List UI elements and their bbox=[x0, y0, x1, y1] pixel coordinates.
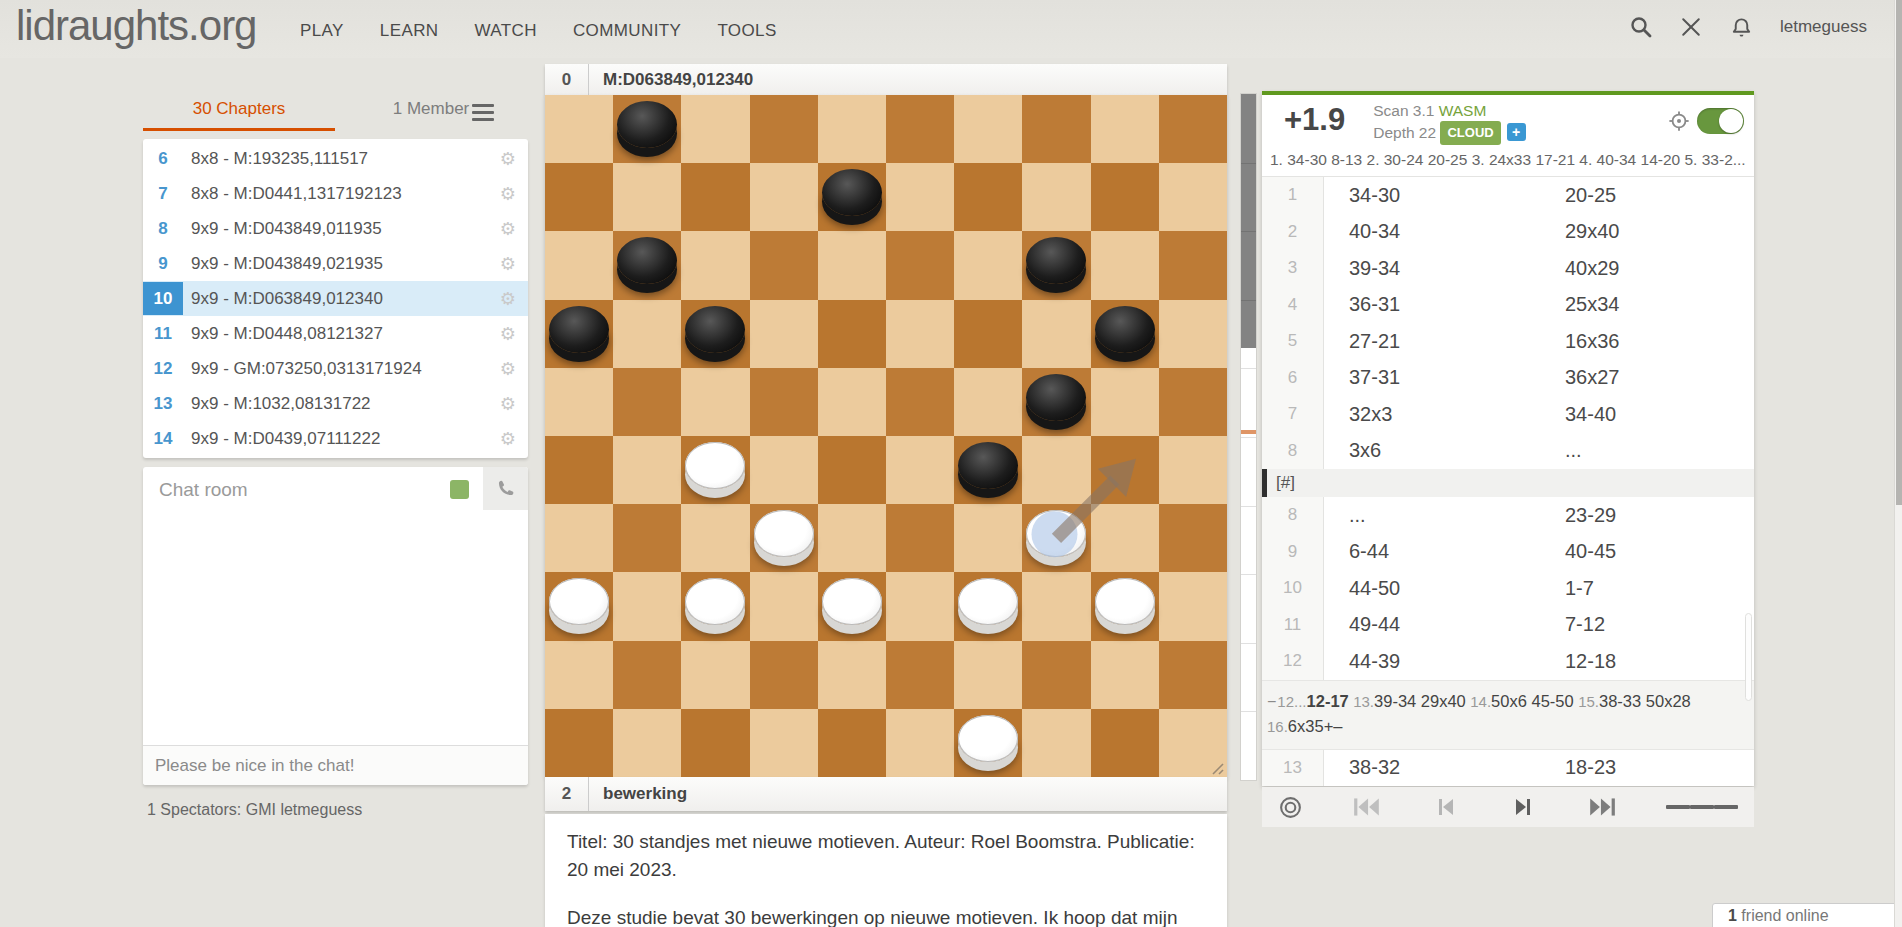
square-light bbox=[750, 163, 818, 231]
main-menu: PLAYLEARNWATCHCOMMUNITYTOOLS bbox=[300, 21, 777, 41]
square-6[interactable] bbox=[545, 163, 613, 231]
black-move[interactable]: 20-25 bbox=[1540, 184, 1754, 207]
square-light bbox=[1022, 163, 1090, 231]
variation-move[interactable]: 6x35+– bbox=[1288, 717, 1343, 735]
chapter-row-6[interactable]: 68x8 - M:193235,111517⚙ bbox=[143, 141, 528, 176]
engine-header: +1.9 Scan 3.1 WASM Depth 22 CLOUD+ bbox=[1262, 95, 1754, 145]
square-light bbox=[613, 572, 681, 640]
variation-move-number: 12... bbox=[1277, 693, 1306, 710]
square-light bbox=[1091, 231, 1159, 299]
variation-line: −12...12-17 13.39-34 29x40 14.50x6 45-50… bbox=[1262, 680, 1754, 750]
gear-icon[interactable]: ⚙ bbox=[500, 288, 516, 309]
chapter-title: 8x8 - M:D0441,1317192123 bbox=[183, 184, 500, 204]
spectators-line: 1 Spectators: GMI letmeguess bbox=[147, 801, 362, 819]
black-move[interactable]: 40x29 bbox=[1540, 257, 1754, 280]
search-icon[interactable] bbox=[1628, 14, 1654, 40]
move-row-2: 240-3429x40 bbox=[1262, 214, 1754, 251]
chapter-row-10[interactable]: 109x9 - M:D063849,012340⚙ bbox=[143, 281, 528, 316]
last-move-button[interactable] bbox=[1587, 795, 1617, 819]
practice-target-icon[interactable] bbox=[1668, 110, 1690, 136]
engine-info: Scan 3.1 WASM Depth 22 CLOUD+ bbox=[1373, 95, 1525, 145]
study-description: Titel: 30 standjes met nieuwe motieven. … bbox=[545, 814, 1227, 927]
description-paragraph: Titel: 30 standjes met nieuwe motieven. … bbox=[567, 828, 1205, 884]
scrollbar-thumb[interactable] bbox=[1896, 0, 1902, 505]
variation-move[interactable]: 39-34 29x40 bbox=[1374, 692, 1466, 710]
cycle-variations-icon[interactable] bbox=[1278, 795, 1303, 820]
nav-item-tools[interactable]: TOOLS bbox=[717, 21, 776, 41]
username[interactable]: letmeguess bbox=[1780, 17, 1867, 37]
square-12[interactable] bbox=[750, 231, 818, 299]
white-move[interactable]: 34-30 bbox=[1324, 184, 1540, 207]
black-move[interactable]: 23-29 bbox=[1540, 504, 1754, 527]
square-light bbox=[1022, 436, 1090, 504]
navbar: lidraughts.org PLAYLEARNWATCHCOMMUNITYTO… bbox=[0, 0, 1902, 58]
nav-item-play[interactable]: PLAY bbox=[300, 21, 344, 41]
square-light bbox=[750, 436, 818, 504]
square-light bbox=[545, 368, 613, 436]
square-light bbox=[613, 436, 681, 504]
square-light bbox=[954, 95, 1022, 163]
square-light bbox=[886, 300, 954, 368]
square-light bbox=[886, 572, 954, 640]
white-man-40[interactable] bbox=[1095, 578, 1155, 625]
square-light bbox=[886, 709, 954, 777]
square-light bbox=[681, 504, 749, 572]
black-move[interactable]: 18-23 bbox=[1540, 756, 1754, 779]
square-2[interactable] bbox=[750, 95, 818, 163]
chapter-number: 8 bbox=[143, 219, 183, 239]
chapters-menu-icon[interactable] bbox=[472, 104, 494, 125]
chapter-number: 11 bbox=[143, 324, 183, 344]
move-number: 5 bbox=[1262, 323, 1324, 360]
engine-name: Scan 3.1 bbox=[1373, 102, 1434, 119]
move-row-5: 527-2116x36 bbox=[1262, 323, 1754, 360]
nav-item-community[interactable]: COMMUNITY bbox=[573, 21, 681, 41]
variation-move[interactable]: 38-33 50x28 bbox=[1599, 692, 1691, 710]
board-resize-grip[interactable] bbox=[1210, 761, 1224, 775]
white-move[interactable]: 49-44 bbox=[1324, 613, 1540, 636]
square-28[interactable] bbox=[818, 436, 886, 504]
gear-icon[interactable]: ⚙ bbox=[500, 393, 516, 414]
chapter-row-7[interactable]: 78x8 - M:D0441,1317192123⚙ bbox=[143, 176, 528, 211]
draughts-board[interactable] bbox=[545, 95, 1227, 777]
nav-item-learn[interactable]: LEARN bbox=[380, 21, 439, 41]
square-47[interactable] bbox=[681, 709, 749, 777]
square-43[interactable] bbox=[886, 641, 954, 709]
phone-icon[interactable] bbox=[483, 467, 528, 510]
square-9[interactable] bbox=[954, 163, 1022, 231]
comment-index: 2 bbox=[545, 777, 589, 811]
site-logo[interactable]: lidraughts.org bbox=[16, 2, 256, 50]
move-row-1: 134-3020-25 bbox=[1262, 177, 1754, 214]
gauge-tick bbox=[1241, 163, 1256, 164]
square-light bbox=[1022, 572, 1090, 640]
move-number: 13 bbox=[1262, 750, 1324, 787]
square-light bbox=[681, 95, 749, 163]
gauge-tick bbox=[1241, 300, 1256, 301]
position-index: 0 bbox=[545, 64, 589, 95]
white-man-49[interactable] bbox=[958, 715, 1018, 762]
white-move[interactable]: 44-39 bbox=[1324, 650, 1540, 673]
white-man-27[interactable] bbox=[685, 442, 745, 489]
move-number: 8 bbox=[1262, 497, 1324, 534]
move-number: 3 bbox=[1262, 250, 1324, 287]
square-33[interactable] bbox=[886, 504, 954, 572]
gear-icon[interactable]: ⚙ bbox=[500, 218, 516, 239]
square-3[interactable] bbox=[886, 95, 954, 163]
square-light bbox=[681, 231, 749, 299]
square-light bbox=[1091, 95, 1159, 163]
engine-tech: WASM bbox=[1439, 102, 1487, 119]
move-row-10: 1044-501-7 bbox=[1262, 570, 1754, 607]
gauge-tick bbox=[1241, 437, 1256, 438]
gear-icon[interactable]: ⚙ bbox=[500, 428, 516, 449]
square-light bbox=[613, 300, 681, 368]
move-number: 1 bbox=[1262, 177, 1324, 214]
white-move[interactable]: 27-21 bbox=[1324, 330, 1540, 353]
square-22[interactable] bbox=[750, 368, 818, 436]
square-18[interactable] bbox=[818, 300, 886, 368]
square-light bbox=[954, 231, 1022, 299]
square-23[interactable] bbox=[886, 368, 954, 436]
gauge-tick bbox=[1241, 574, 1256, 575]
black-move[interactable]: ... bbox=[1540, 439, 1754, 462]
navbar-right: letmeguess bbox=[1628, 14, 1867, 40]
comment-tab-label[interactable]: bewerking bbox=[589, 784, 687, 804]
gauge-tick bbox=[1241, 506, 1256, 507]
square-light bbox=[1159, 163, 1227, 231]
white-move[interactable]: 36-31 bbox=[1324, 293, 1540, 316]
cloud-badge: CLOUD bbox=[1440, 121, 1500, 145]
square-light bbox=[818, 641, 886, 709]
square-light bbox=[545, 504, 613, 572]
move-row-13: 1338-3218-23 bbox=[1262, 750, 1754, 787]
gauge-tick bbox=[1241, 368, 1256, 369]
variation-move[interactable]: 12-17 bbox=[1307, 692, 1349, 710]
square-light bbox=[1091, 368, 1159, 436]
white-move[interactable]: 6-44 bbox=[1324, 540, 1540, 563]
friends-online-box[interactable]: 1 friend online bbox=[1712, 903, 1895, 927]
square-5[interactable] bbox=[1159, 95, 1227, 163]
square-45[interactable] bbox=[1159, 641, 1227, 709]
square-light bbox=[1022, 300, 1090, 368]
square-15[interactable] bbox=[1159, 231, 1227, 299]
chapter-row-14[interactable]: 149x9 - M:D0439,07111222⚙ bbox=[143, 421, 528, 456]
black-man-24[interactable] bbox=[1026, 374, 1086, 421]
square-44[interactable] bbox=[1022, 641, 1090, 709]
square-25[interactable] bbox=[1159, 368, 1227, 436]
white-man-38[interactable] bbox=[822, 578, 882, 625]
move-row-8: 8...23-29 bbox=[1262, 497, 1754, 534]
move-row-12: 1244-3912-18 bbox=[1262, 643, 1754, 680]
chapter-title: 9x9 - M:D0448,08121327 bbox=[183, 324, 500, 344]
black-move[interactable]: 16x36 bbox=[1540, 330, 1754, 353]
square-light bbox=[681, 368, 749, 436]
chapter-number: 13 bbox=[143, 394, 183, 414]
move-number: 12 bbox=[1262, 643, 1324, 680]
gear-icon[interactable]: ⚙ bbox=[500, 183, 516, 204]
square-7[interactable] bbox=[681, 163, 749, 231]
square-42[interactable] bbox=[750, 641, 818, 709]
engine-eval: +1.9 bbox=[1284, 95, 1345, 145]
chapter-number: 6 bbox=[143, 149, 183, 169]
square-light bbox=[818, 95, 886, 163]
engine-pv-line[interactable]: 1. 34-30 8-13 2. 30-24 20-25 3. 24x33 17… bbox=[1262, 145, 1754, 177]
move-number: 8 bbox=[1262, 433, 1324, 470]
square-13[interactable] bbox=[886, 231, 954, 299]
chapter-name[interactable]: M:D063849,012340 bbox=[589, 70, 753, 90]
move-list: 134-3020-25240-3429x40339-3440x29436-312… bbox=[1262, 177, 1754, 786]
first-move-button[interactable] bbox=[1352, 795, 1382, 819]
square-30[interactable] bbox=[1091, 436, 1159, 504]
chapter-list: 68x8 - M:193235,111517⚙78x8 - M:D0441,13… bbox=[143, 139, 528, 458]
move-row-8: 83x6... bbox=[1262, 433, 1754, 470]
current-position-marker[interactable]: [#] bbox=[1262, 469, 1754, 497]
square-light bbox=[1159, 572, 1227, 640]
square-10[interactable] bbox=[1091, 163, 1159, 231]
square-light bbox=[1022, 709, 1090, 777]
eval-gauge bbox=[1240, 93, 1257, 781]
square-light bbox=[750, 300, 818, 368]
chat-status-toggle[interactable] bbox=[450, 480, 469, 499]
move-row-9: 96-4440-45 bbox=[1262, 534, 1754, 571]
board-footer-bar: 2 bewerking bbox=[545, 777, 1227, 811]
tab-chapters[interactable]: 30 Chapters bbox=[143, 99, 335, 131]
square-26[interactable] bbox=[545, 436, 613, 504]
black-man-8[interactable] bbox=[822, 169, 882, 216]
square-light bbox=[1091, 641, 1159, 709]
black-move[interactable]: 25x34 bbox=[1540, 293, 1754, 316]
black-move[interactable]: 7-12 bbox=[1540, 613, 1754, 636]
square-light bbox=[1159, 300, 1227, 368]
square-48[interactable] bbox=[818, 709, 886, 777]
square-light bbox=[818, 504, 886, 572]
move-number: 2 bbox=[1262, 214, 1324, 251]
chapter-number: 7 bbox=[143, 184, 183, 204]
square-light bbox=[750, 572, 818, 640]
white-move[interactable]: 32x3 bbox=[1324, 403, 1540, 426]
bell-icon[interactable] bbox=[1728, 14, 1754, 40]
black-man-20[interactable] bbox=[1095, 306, 1155, 353]
square-light bbox=[545, 231, 613, 299]
engine-toggle[interactable] bbox=[1697, 108, 1744, 134]
gauge-tick bbox=[1241, 643, 1256, 644]
black-move[interactable]: 40-45 bbox=[1540, 540, 1754, 563]
move-number: 11 bbox=[1262, 607, 1324, 644]
chapter-row-12[interactable]: 129x9 - GM:073250,0313171924⚙ bbox=[143, 351, 528, 386]
square-21[interactable] bbox=[613, 368, 681, 436]
gear-icon[interactable]: ⚙ bbox=[500, 358, 516, 379]
chapter-title: 9x9 - M:D063849,012340 bbox=[183, 289, 500, 309]
chapter-number: 10 bbox=[143, 282, 183, 315]
black-man-16[interactable] bbox=[549, 306, 609, 353]
white-move[interactable]: 44-50 bbox=[1324, 577, 1540, 600]
black-man-17[interactable] bbox=[685, 306, 745, 353]
movelist-scrollbar[interactable] bbox=[1745, 613, 1752, 701]
white-man-32[interactable] bbox=[754, 510, 814, 557]
nav-item-watch[interactable]: WATCH bbox=[475, 21, 537, 41]
white-move[interactable]: 39-34 bbox=[1324, 257, 1540, 280]
variation-move[interactable]: 50x6 45-50 bbox=[1491, 692, 1574, 710]
variation-move-number: 13. bbox=[1353, 693, 1374, 710]
variation-move-number: 15. bbox=[1578, 693, 1599, 710]
move-number: 10 bbox=[1262, 570, 1324, 607]
chapter-number: 12 bbox=[143, 359, 183, 379]
square-light bbox=[1159, 436, 1227, 504]
move-number: 4 bbox=[1262, 287, 1324, 324]
square-light bbox=[750, 709, 818, 777]
black-move[interactable]: 34-40 bbox=[1540, 403, 1754, 426]
add-engine-line-button[interactable]: + bbox=[1507, 123, 1526, 141]
chat-panel: Chat room bbox=[143, 467, 528, 785]
chapter-title: 9x9 - M:D043849,021935 bbox=[183, 254, 500, 274]
black-man-1[interactable] bbox=[617, 101, 677, 148]
chapter-row-8[interactable]: 89x9 - M:D043849,011935⚙ bbox=[143, 211, 528, 246]
move-number: 6 bbox=[1262, 360, 1324, 397]
chapter-row-11[interactable]: 119x9 - M:D0448,08121327⚙ bbox=[143, 316, 528, 351]
chapter-title: 9x9 - M:D043849,011935 bbox=[183, 219, 500, 239]
chapter-row-9[interactable]: 99x9 - M:D043849,021935⚙ bbox=[143, 246, 528, 281]
square-light bbox=[818, 231, 886, 299]
square-light bbox=[613, 709, 681, 777]
square-31[interactable] bbox=[613, 504, 681, 572]
square-light bbox=[681, 641, 749, 709]
tab-members[interactable]: 1 Member bbox=[335, 99, 527, 131]
toggle-knob bbox=[1719, 109, 1743, 133]
gear-icon[interactable]: ⚙ bbox=[500, 323, 516, 344]
square-light bbox=[954, 368, 1022, 436]
square-light bbox=[886, 163, 954, 231]
chapter-title: 8x8 - M:193235,111517 bbox=[183, 149, 500, 169]
square-light bbox=[545, 641, 613, 709]
chat-input[interactable] bbox=[143, 745, 528, 785]
square-light bbox=[818, 368, 886, 436]
crossed-swords-icon[interactable] bbox=[1680, 16, 1702, 38]
variation-move-number: 14. bbox=[1470, 693, 1491, 710]
chapter-title: 9x9 - GM:073250,0313171924 bbox=[183, 359, 500, 379]
move-row-6: 637-3136x27 bbox=[1262, 360, 1754, 397]
move-number: 9 bbox=[1262, 534, 1324, 571]
gauge-tick bbox=[1241, 711, 1256, 712]
white-move[interactable]: ... bbox=[1324, 504, 1540, 527]
move-row-11: 1149-447-12 bbox=[1262, 607, 1754, 644]
gear-icon[interactable]: ⚙ bbox=[500, 253, 516, 274]
black-move[interactable]: 36x27 bbox=[1540, 366, 1754, 389]
move-number: 7 bbox=[1262, 396, 1324, 433]
chat-title: Chat room bbox=[159, 479, 248, 501]
window-scrollbar[interactable] bbox=[1894, 0, 1902, 927]
study-tabs: 30 Chapters 1 Member bbox=[143, 99, 528, 131]
eval-gauge-zero-mark bbox=[1241, 430, 1256, 434]
white-move[interactable]: 37-31 bbox=[1324, 366, 1540, 389]
collapse-variation-icon[interactable]: − bbox=[1267, 693, 1277, 710]
square-46[interactable] bbox=[545, 709, 613, 777]
variation-move-number: 16. bbox=[1267, 718, 1288, 735]
chapter-number: 14 bbox=[143, 429, 183, 449]
eval-gauge-black-part bbox=[1241, 94, 1256, 348]
gauge-tick bbox=[1241, 231, 1256, 232]
square-light bbox=[1091, 504, 1159, 572]
next-move-button[interactable] bbox=[1509, 795, 1537, 819]
square-light bbox=[954, 641, 1022, 709]
analysis-panel: +1.9 Scan 3.1 WASM Depth 22 CLOUD+ 1. 34… bbox=[1262, 91, 1754, 786]
square-4[interactable] bbox=[1022, 95, 1090, 163]
black-move[interactable]: 12-18 bbox=[1540, 650, 1754, 673]
black-man-29[interactable] bbox=[958, 442, 1018, 489]
previous-move-button[interactable] bbox=[1432, 795, 1460, 819]
chapter-title: 9x9 - M:D0439,07111222 bbox=[183, 429, 500, 449]
analysis-menu-icon[interactable] bbox=[1666, 802, 1738, 812]
white-move[interactable]: 3x6 bbox=[1324, 439, 1540, 462]
chapter-row-13[interactable]: 139x9 - M:1032,08131722⚙ bbox=[143, 386, 528, 421]
chapter-title: 9x9 - M:1032,08131722 bbox=[183, 394, 500, 414]
black-move[interactable]: 1-7 bbox=[1540, 577, 1754, 600]
square-35[interactable] bbox=[1159, 504, 1227, 572]
white-move[interactable]: 40-34 bbox=[1324, 220, 1540, 243]
square-light bbox=[613, 163, 681, 231]
gear-icon[interactable]: ⚙ bbox=[500, 148, 516, 169]
description-paragraph: Deze studie bevat 30 bewerkingen op nieu… bbox=[567, 904, 1205, 927]
move-row-7: 732x334-40 bbox=[1262, 396, 1754, 433]
analysis-controls bbox=[1262, 787, 1754, 827]
move-row-3: 339-3440x29 bbox=[1262, 250, 1754, 287]
square-19[interactable] bbox=[954, 300, 1022, 368]
black-move[interactable]: 29x40 bbox=[1540, 220, 1754, 243]
square-41[interactable] bbox=[613, 641, 681, 709]
square-light bbox=[886, 436, 954, 504]
board-header-bar: 0 M:D063849,012340 bbox=[545, 64, 1227, 95]
chapter-number: 9 bbox=[143, 254, 183, 274]
engine-depth: Depth 22 bbox=[1373, 124, 1436, 141]
square-light bbox=[545, 95, 613, 163]
square-50[interactable] bbox=[1091, 709, 1159, 777]
move-row-4: 436-3125x34 bbox=[1262, 287, 1754, 324]
square-light bbox=[954, 504, 1022, 572]
white-move[interactable]: 38-32 bbox=[1324, 756, 1540, 779]
